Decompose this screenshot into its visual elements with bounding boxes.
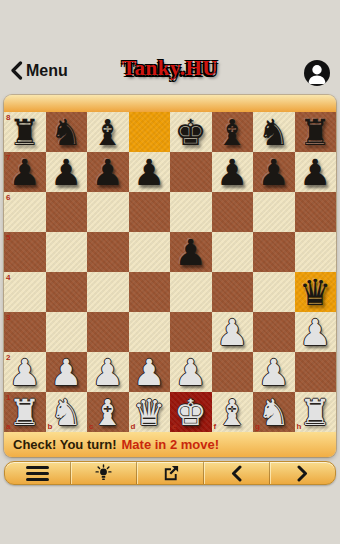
square-a5[interactable]: 5 xyxy=(4,232,46,272)
square-c1[interactable]: c♝ xyxy=(87,392,129,432)
black-pawn[interactable]: ♟ xyxy=(170,232,212,273)
square-d8[interactable] xyxy=(129,112,171,152)
square-g2[interactable]: ♟ xyxy=(253,352,295,392)
square-g1[interactable]: g♞ xyxy=(253,392,295,432)
square-a4[interactable]: 4 xyxy=(4,272,46,312)
file-label-d: d xyxy=(131,422,136,431)
square-b6[interactable] xyxy=(46,192,88,232)
white-pawn[interactable]: ♟ xyxy=(129,352,171,393)
share-icon xyxy=(161,464,180,483)
white-pawn[interactable]: ♟ xyxy=(212,312,254,353)
menu-list-button[interactable] xyxy=(5,462,70,484)
square-f8[interactable]: ♝ xyxy=(212,112,254,152)
status-bar: Check! You turn! Mate in 2 move! xyxy=(4,432,336,457)
square-h8[interactable]: ♜ xyxy=(295,112,337,152)
rank-label-8: 8 xyxy=(6,113,10,122)
white-pawn[interactable]: ♟ xyxy=(46,352,88,393)
square-d5[interactable] xyxy=(129,232,171,272)
square-a7[interactable]: 7♟ xyxy=(4,152,46,192)
black-knight[interactable]: ♞ xyxy=(253,112,295,153)
square-c4[interactable] xyxy=(87,272,129,312)
chess-board[interactable]: 8♜♞♝♚♝♞♜7♟♟♟♟♟♟♟65♟4♛3♟♟2♟♟♟♟♟♟1a♜b♞c♝d♛… xyxy=(4,112,336,432)
square-h3[interactable]: ♟ xyxy=(295,312,337,352)
square-f1[interactable]: f♝ xyxy=(212,392,254,432)
square-c5[interactable] xyxy=(87,232,129,272)
square-e2[interactable]: ♟ xyxy=(170,352,212,392)
square-d7[interactable]: ♟ xyxy=(129,152,171,192)
square-f7[interactable]: ♟ xyxy=(212,152,254,192)
black-pawn[interactable]: ♟ xyxy=(129,152,171,193)
rank-label-2: 2 xyxy=(6,353,10,362)
black-pawn[interactable]: ♟ xyxy=(295,152,337,193)
square-c2[interactable]: ♟ xyxy=(87,352,129,392)
square-b8[interactable]: ♞ xyxy=(46,112,88,152)
black-pawn[interactable]: ♟ xyxy=(212,152,254,193)
square-c8[interactable]: ♝ xyxy=(87,112,129,152)
hint-button[interactable] xyxy=(70,462,136,484)
square-d4[interactable] xyxy=(129,272,171,312)
white-pawn[interactable]: ♟ xyxy=(253,352,295,393)
chess-board-panel: 8♜♞♝♚♝♞♜7♟♟♟♟♟♟♟65♟4♛3♟♟2♟♟♟♟♟♟1a♜b♞c♝d♛… xyxy=(4,95,336,457)
square-e6[interactable] xyxy=(170,192,212,232)
square-c7[interactable]: ♟ xyxy=(87,152,129,192)
square-d2[interactable]: ♟ xyxy=(129,352,171,392)
account-button[interactable] xyxy=(303,59,331,87)
square-b4[interactable] xyxy=(46,272,88,312)
rank-label-5: 5 xyxy=(6,233,10,242)
toolbar xyxy=(4,461,336,485)
square-h4[interactable]: ♛ xyxy=(295,272,337,312)
square-g6[interactable] xyxy=(253,192,295,232)
square-f5[interactable] xyxy=(212,232,254,272)
file-label-c: c xyxy=(89,422,93,431)
square-c6[interactable] xyxy=(87,192,129,232)
black-queen[interactable]: ♛ xyxy=(295,272,337,313)
square-c3[interactable] xyxy=(87,312,129,352)
user-icon xyxy=(303,59,331,87)
square-f2[interactable] xyxy=(212,352,254,392)
white-pawn[interactable]: ♟ xyxy=(170,352,212,393)
file-label-a: a xyxy=(6,422,10,431)
black-bishop[interactable]: ♝ xyxy=(212,112,254,153)
square-g7[interactable]: ♟ xyxy=(253,152,295,192)
square-h1[interactable]: h♜ xyxy=(295,392,337,432)
file-label-f: f xyxy=(214,422,217,431)
rank-label-4: 4 xyxy=(6,273,10,282)
square-e4[interactable] xyxy=(170,272,212,312)
file-label-e: e xyxy=(172,422,176,431)
square-b7[interactable]: ♟ xyxy=(46,152,88,192)
square-a8[interactable]: 8♜ xyxy=(4,112,46,152)
square-a6[interactable]: 6 xyxy=(4,192,46,232)
square-f6[interactable] xyxy=(212,192,254,232)
square-b3[interactable] xyxy=(46,312,88,352)
black-pawn[interactable]: ♟ xyxy=(46,152,88,193)
square-a3[interactable]: 3 xyxy=(4,312,46,352)
black-pawn[interactable]: ♟ xyxy=(253,152,295,193)
square-e5[interactable]: ♟ xyxy=(170,232,212,272)
white-pawn[interactable]: ♟ xyxy=(295,312,337,353)
black-pawn[interactable]: ♟ xyxy=(87,152,129,193)
chevron-forward-icon xyxy=(296,465,309,482)
square-d1[interactable]: d♛ xyxy=(129,392,171,432)
square-g5[interactable] xyxy=(253,232,295,272)
square-d3[interactable] xyxy=(129,312,171,352)
forward-move-button[interactable] xyxy=(269,462,335,484)
square-h7[interactable]: ♟ xyxy=(295,152,337,192)
black-rook[interactable]: ♜ xyxy=(295,112,337,153)
chevron-back-icon xyxy=(230,465,243,482)
rank-label-3: 3 xyxy=(6,313,10,322)
square-d6[interactable] xyxy=(129,192,171,232)
board-top-bar xyxy=(4,95,336,112)
app-title: Tanky.HU xyxy=(0,56,340,81)
share-button[interactable] xyxy=(136,462,202,484)
square-b5[interactable] xyxy=(46,232,88,272)
black-knight[interactable]: ♞ xyxy=(46,112,88,153)
menu-icon xyxy=(26,466,49,481)
white-bishop[interactable]: ♝ xyxy=(212,392,254,433)
square-e7[interactable] xyxy=(170,152,212,192)
square-e1[interactable]: e♚ xyxy=(170,392,212,432)
square-h2[interactable] xyxy=(295,352,337,392)
file-label-b: b xyxy=(48,422,53,431)
file-label-g: g xyxy=(255,422,260,431)
rank-label-6: 6 xyxy=(6,193,10,202)
black-bishop[interactable]: ♝ xyxy=(87,112,129,153)
status-text: Check! You turn! xyxy=(13,437,117,452)
square-h6[interactable] xyxy=(295,192,337,232)
back-move-button[interactable] xyxy=(203,462,269,484)
status-alert-text: Mate in 2 move! xyxy=(122,437,220,452)
square-h5[interactable] xyxy=(295,232,337,272)
square-b1[interactable]: b♞ xyxy=(46,392,88,432)
square-g3[interactable] xyxy=(253,312,295,352)
black-king[interactable]: ♚ xyxy=(170,112,212,153)
app-screen: Menu Tanky.HU 8♜♞♝♚♝♞♜7♟♟♟♟♟♟♟65♟4♛3♟♟2♟… xyxy=(0,0,340,544)
rank-label-1: 1 xyxy=(6,393,10,402)
rank-label-7: 7 xyxy=(6,153,10,162)
file-label-h: h xyxy=(297,422,302,431)
square-b2[interactable]: ♟ xyxy=(46,352,88,392)
square-f4[interactable] xyxy=(212,272,254,312)
white-pawn[interactable]: ♟ xyxy=(87,352,129,393)
square-a2[interactable]: 2♟ xyxy=(4,352,46,392)
square-a1[interactable]: 1a♜ xyxy=(4,392,46,432)
square-g4[interactable] xyxy=(253,272,295,312)
square-g8[interactable]: ♞ xyxy=(253,112,295,152)
square-e8[interactable]: ♚ xyxy=(170,112,212,152)
square-f3[interactable]: ♟ xyxy=(212,312,254,352)
hint-icon xyxy=(94,464,113,483)
square-e3[interactable] xyxy=(170,312,212,352)
